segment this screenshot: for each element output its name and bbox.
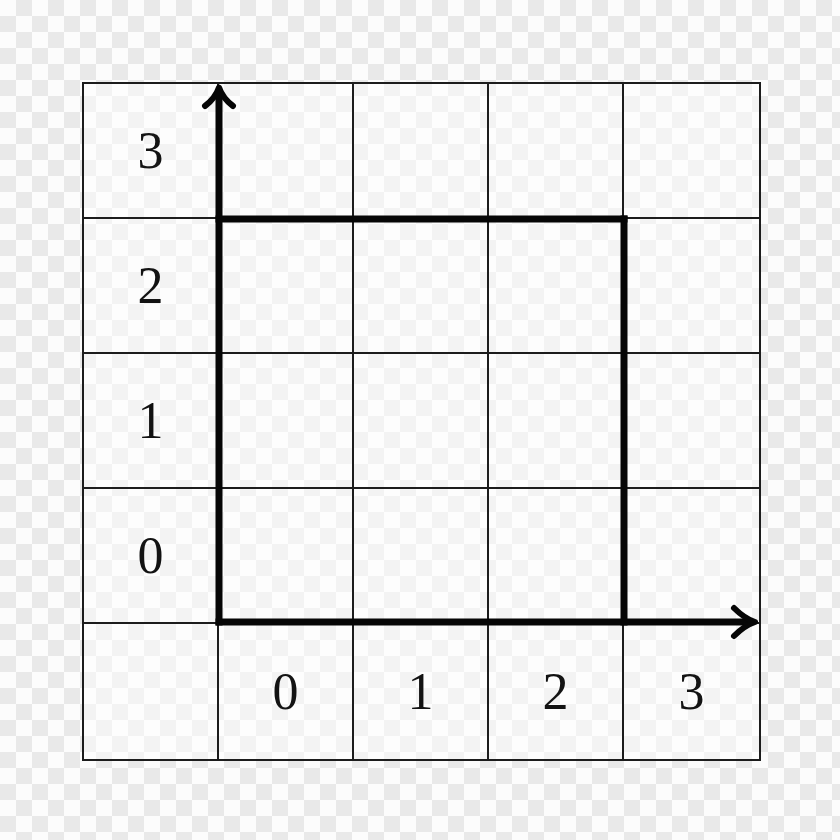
grid-cell-r3c3	[489, 489, 624, 624]
grid-cell-r4c0	[84, 624, 219, 759]
grid-cell-r3c1	[219, 489, 354, 624]
x-axis-label-0: 0	[219, 624, 354, 759]
y-axis-label-1: 1	[84, 354, 219, 489]
grid-cell-r0c1	[219, 84, 354, 219]
grid-cell-r3c4	[624, 489, 759, 624]
grid-cell-r0c4	[624, 84, 759, 219]
grid-cell-r2c4	[624, 354, 759, 489]
x-axis-label-2: 2	[489, 624, 624, 759]
grid-cell-r3c2	[354, 489, 489, 624]
grid-cell-r2c3	[489, 354, 624, 489]
x-axis-label-3: 3	[624, 624, 759, 759]
grid-cell-r0c3	[489, 84, 624, 219]
grid-cell-r2c2	[354, 354, 489, 489]
coordinate-grid-board: 32100123	[82, 82, 761, 761]
y-axis-label-0: 0	[84, 489, 219, 624]
x-axis-label-1: 1	[354, 624, 489, 759]
grid-cell-r1c3	[489, 219, 624, 354]
grid-cell-r1c1	[219, 219, 354, 354]
grid-cell-r1c4	[624, 219, 759, 354]
figure-canvas: 32100123	[0, 0, 840, 840]
grid-cell-r1c2	[354, 219, 489, 354]
grid-cell-r2c1	[219, 354, 354, 489]
y-axis-label-3: 3	[84, 84, 219, 219]
grid-cell-r0c2	[354, 84, 489, 219]
y-axis-label-2: 2	[84, 219, 219, 354]
